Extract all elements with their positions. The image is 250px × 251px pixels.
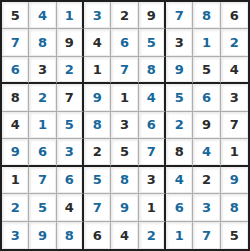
sudoku-cell-r8c9[interactable]: 8 (221, 194, 248, 221)
sudoku-cell-r9c3[interactable]: 8 (57, 222, 84, 249)
sudoku-cell-r4c2[interactable]: 2 (29, 84, 56, 111)
sudoku-cell-r3c4: 1 (84, 57, 111, 84)
sudoku-cell-r4c8[interactable]: 6 (193, 84, 220, 111)
sudoku-cell-r7c4[interactable]: 5 (84, 167, 111, 194)
sudoku-cell-r4c4[interactable]: 9 (84, 84, 111, 111)
sudoku-cell-r8c4[interactable]: 7 (84, 194, 111, 221)
sudoku-cell-r2c5[interactable]: 6 (111, 29, 138, 56)
sudoku-cell-r7c6: 3 (139, 167, 166, 194)
sudoku-cell-r3c7[interactable]: 9 (166, 57, 193, 84)
sudoku-cell-r2c7: 3 (166, 29, 193, 56)
sudoku-cell-r5c1: 4 (2, 112, 29, 139)
sudoku-cell-r9c1[interactable]: 3 (2, 222, 29, 249)
sudoku-cell-r3c9: 4 (221, 57, 248, 84)
sudoku-cell-r4c7[interactable]: 5 (166, 84, 193, 111)
sudoku-cell-r7c8: 2 (193, 167, 220, 194)
sudoku-cell-r8c7[interactable]: 6 (166, 194, 193, 221)
sudoku-cell-r7c3[interactable]: 6 (57, 167, 84, 194)
sudoku-cell-r1c7[interactable]: 7 (166, 2, 193, 29)
sudoku-cell-r2c3: 9 (57, 29, 84, 56)
sudoku-cell-r6c9: 1 (221, 139, 248, 166)
sudoku-cell-r4c3: 7 (57, 84, 84, 111)
sudoku-cell-r5c3[interactable]: 5 (57, 112, 84, 139)
sudoku-cell-r2c8[interactable]: 1 (193, 29, 220, 56)
sudoku-cell-r9c2[interactable]: 9 (29, 222, 56, 249)
sudoku-cell-r8c3: 4 (57, 194, 84, 221)
sudoku-cell-r5c7[interactable]: 2 (166, 112, 193, 139)
sudoku-cell-r4c6[interactable]: 4 (139, 84, 166, 111)
sudoku-cell-r7c2[interactable]: 7 (29, 167, 56, 194)
sudoku-cell-r7c9[interactable]: 9 (221, 167, 248, 194)
sudoku-cell-r2c9[interactable]: 2 (221, 29, 248, 56)
sudoku-cell-r8c8[interactable]: 3 (193, 194, 220, 221)
sudoku-cell-r8c2[interactable]: 5 (29, 194, 56, 221)
sudoku-cell-r5c6[interactable]: 6 (139, 112, 166, 139)
sudoku-cell-r3c8: 5 (193, 57, 220, 84)
sudoku-cell-r6c6[interactable]: 7 (139, 139, 166, 166)
sudoku-cell-r1c1: 5 (2, 2, 29, 29)
sudoku-cell-r2c2[interactable]: 8 (29, 29, 56, 56)
sudoku-cell-r3c5[interactable]: 7 (111, 57, 138, 84)
sudoku-cell-r9c9: 5 (221, 222, 248, 249)
sudoku-cell-r3c2: 3 (29, 57, 56, 84)
sudoku-cell-r5c2[interactable]: 1 (29, 112, 56, 139)
sudoku-cell-r4c5: 1 (111, 84, 138, 111)
sudoku-cell-r9c8[interactable]: 7 (193, 222, 220, 249)
sudoku-cell-r5c8: 9 (193, 112, 220, 139)
sudoku-cell-r9c5: 4 (111, 222, 138, 249)
sudoku-cell-r3c1[interactable]: 6 (2, 57, 29, 84)
sudoku-cell-r6c2[interactable]: 6 (29, 139, 56, 166)
sudoku-cell-r1c8[interactable]: 8 (193, 2, 220, 29)
sudoku-cell-r2c4: 4 (84, 29, 111, 56)
sudoku-cell-r5c5: 3 (111, 112, 138, 139)
sudoku-cell-r9c4: 6 (84, 222, 111, 249)
sudoku-cell-r1c2[interactable]: 4 (29, 2, 56, 29)
sudoku-cell-r8c5[interactable]: 9 (111, 194, 138, 221)
sudoku-cell-r6c7: 8 (166, 139, 193, 166)
sudoku-cell-r7c7[interactable]: 4 (166, 167, 193, 194)
sudoku-cell-r9c6[interactable]: 2 (139, 222, 166, 249)
sudoku-cell-r9c7[interactable]: 1 (166, 222, 193, 249)
sudoku-cell-r1c6: 9 (139, 2, 166, 29)
sudoku-cell-r7c1: 1 (2, 167, 29, 194)
sudoku-cell-r5c9: 7 (221, 112, 248, 139)
sudoku-cell-r7c5[interactable]: 8 (111, 167, 138, 194)
sudoku-cell-r4c9: 3 (221, 84, 248, 111)
sudoku-cell-r6c4: 2 (84, 139, 111, 166)
sudoku-cell-r5c4[interactable]: 8 (84, 112, 111, 139)
sudoku-cell-r8c1[interactable]: 2 (2, 194, 29, 221)
sudoku-cell-r8c6: 1 (139, 194, 166, 221)
sudoku-cell-r6c3[interactable]: 3 (57, 139, 84, 166)
sudoku-cell-r6c8[interactable]: 4 (193, 139, 220, 166)
sudoku-cell-r2c1[interactable]: 7 (2, 29, 29, 56)
sudoku-cell-r3c3[interactable]: 2 (57, 57, 84, 84)
sudoku-cell-r6c1[interactable]: 9 (2, 139, 29, 166)
sudoku-cell-r2c6[interactable]: 5 (139, 29, 166, 56)
sudoku-cell-r1c3[interactable]: 1 (57, 2, 84, 29)
sudoku-cell-r1c4[interactable]: 3 (84, 2, 111, 29)
sudoku-cell-r1c9: 6 (221, 2, 248, 29)
sudoku-board: 5413297867894653126321789548279145634158… (0, 0, 250, 251)
sudoku-cell-r1c5: 2 (111, 2, 138, 29)
sudoku-cell-r3c6[interactable]: 8 (139, 57, 166, 84)
sudoku-cell-r6c5: 5 (111, 139, 138, 166)
sudoku-cell-r4c1: 8 (2, 84, 29, 111)
